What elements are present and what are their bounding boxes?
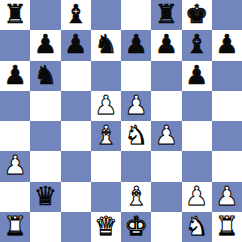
piece-black-bishop[interactable]: ♝ — [185, 31, 208, 57]
piece-white-king[interactable]: ♚ — [124, 213, 147, 239]
square-h7[interactable]: ♟ — [212, 30, 242, 60]
square-a3[interactable]: ♟ — [0, 151, 30, 181]
square-d6[interactable] — [91, 61, 121, 91]
square-d8[interactable] — [91, 0, 121, 30]
square-e5[interactable]: ♟ — [121, 91, 151, 121]
square-f5[interactable] — [151, 91, 181, 121]
square-a8[interactable]: ♜ — [0, 0, 30, 30]
square-b2[interactable]: ♛ — [30, 182, 60, 212]
square-g4[interactable] — [182, 121, 212, 151]
piece-white-knight[interactable]: ♞ — [124, 122, 147, 148]
chess-board: ♜♝♜♚♟♟♞♟♟♝♟♟♞♟♟♟♝♞♟♟♛♝♟♟♜♛♚♞♜ — [0, 0, 242, 242]
piece-white-pawn[interactable]: ♟ — [124, 92, 147, 118]
square-f8[interactable]: ♜ — [151, 0, 181, 30]
square-e4[interactable]: ♞ — [121, 121, 151, 151]
piece-white-queen[interactable]: ♛ — [94, 213, 117, 239]
piece-white-pawn[interactable]: ♟ — [215, 183, 238, 209]
piece-white-pawn[interactable]: ♟ — [94, 92, 117, 118]
square-b6[interactable]: ♞ — [30, 61, 60, 91]
square-f3[interactable] — [151, 151, 181, 181]
square-c6[interactable] — [61, 61, 91, 91]
square-b5[interactable] — [30, 91, 60, 121]
piece-white-pawn[interactable]: ♟ — [155, 122, 178, 148]
square-h5[interactable] — [212, 91, 242, 121]
square-c5[interactable] — [61, 91, 91, 121]
square-e7[interactable]: ♟ — [121, 30, 151, 60]
piece-black-knight[interactable]: ♞ — [94, 31, 117, 57]
square-h4[interactable] — [212, 121, 242, 151]
square-d7[interactable]: ♞ — [91, 30, 121, 60]
square-e2[interactable]: ♝ — [121, 182, 151, 212]
piece-white-bishop[interactable]: ♝ — [94, 122, 117, 148]
square-c1[interactable] — [61, 212, 91, 242]
square-g5[interactable] — [182, 91, 212, 121]
piece-white-rook[interactable]: ♜ — [3, 213, 26, 239]
piece-black-rook[interactable]: ♜ — [155, 1, 178, 27]
square-a6[interactable]: ♟ — [0, 61, 30, 91]
square-a5[interactable] — [0, 91, 30, 121]
square-e6[interactable] — [121, 61, 151, 91]
square-h6[interactable] — [212, 61, 242, 91]
square-a1[interactable]: ♜ — [0, 212, 30, 242]
square-d4[interactable]: ♝ — [91, 121, 121, 151]
square-d2[interactable] — [91, 182, 121, 212]
square-g3[interactable] — [182, 151, 212, 181]
piece-black-pawn[interactable]: ♟ — [155, 31, 178, 57]
piece-black-knight[interactable]: ♞ — [34, 62, 57, 88]
square-d5[interactable]: ♟ — [91, 91, 121, 121]
piece-black-bishop[interactable]: ♝ — [64, 1, 87, 27]
piece-black-pawn[interactable]: ♟ — [215, 31, 238, 57]
square-g7[interactable]: ♝ — [182, 30, 212, 60]
piece-black-rook[interactable]: ♜ — [3, 1, 26, 27]
square-b1[interactable] — [30, 212, 60, 242]
piece-black-pawn[interactable]: ♟ — [34, 31, 57, 57]
square-f1[interactable] — [151, 212, 181, 242]
square-b8[interactable] — [30, 0, 60, 30]
square-a2[interactable] — [0, 182, 30, 212]
square-c3[interactable] — [61, 151, 91, 181]
piece-black-pawn[interactable]: ♟ — [185, 62, 208, 88]
piece-white-pawn[interactable]: ♟ — [185, 183, 208, 209]
square-a7[interactable] — [0, 30, 30, 60]
piece-black-queen[interactable]: ♛ — [34, 183, 57, 209]
piece-black-king[interactable]: ♚ — [185, 1, 208, 27]
square-f7[interactable]: ♟ — [151, 30, 181, 60]
square-h8[interactable] — [212, 0, 242, 30]
square-f6[interactable] — [151, 61, 181, 91]
square-g8[interactable]: ♚ — [182, 0, 212, 30]
square-c7[interactable]: ♟ — [61, 30, 91, 60]
square-e8[interactable] — [121, 0, 151, 30]
square-d1[interactable]: ♛ — [91, 212, 121, 242]
square-g1[interactable]: ♞ — [182, 212, 212, 242]
square-h1[interactable]: ♜ — [212, 212, 242, 242]
square-g6[interactable]: ♟ — [182, 61, 212, 91]
square-f2[interactable] — [151, 182, 181, 212]
square-h2[interactable]: ♟ — [212, 182, 242, 212]
square-b3[interactable] — [30, 151, 60, 181]
square-c2[interactable] — [61, 182, 91, 212]
square-b4[interactable] — [30, 121, 60, 151]
piece-white-bishop[interactable]: ♝ — [124, 183, 147, 209]
piece-black-pawn[interactable]: ♟ — [124, 31, 147, 57]
piece-white-rook[interactable]: ♜ — [215, 213, 238, 239]
square-c8[interactable]: ♝ — [61, 0, 91, 30]
square-d3[interactable] — [91, 151, 121, 181]
square-c4[interactable] — [61, 121, 91, 151]
square-h3[interactable] — [212, 151, 242, 181]
square-e1[interactable]: ♚ — [121, 212, 151, 242]
chess-board-container: ♜♝♜♚♟♟♞♟♟♝♟♟♞♟♟♟♝♞♟♟♛♝♟♟♜♛♚♞♜ — [0, 0, 242, 242]
square-a4[interactable] — [0, 121, 30, 151]
square-b7[interactable]: ♟ — [30, 30, 60, 60]
piece-white-pawn[interactable]: ♟ — [3, 152, 26, 178]
square-e3[interactable] — [121, 151, 151, 181]
square-f4[interactable]: ♟ — [151, 121, 181, 151]
square-g2[interactable]: ♟ — [182, 182, 212, 212]
piece-white-knight[interactable]: ♞ — [185, 213, 208, 239]
piece-black-pawn[interactable]: ♟ — [64, 31, 87, 57]
piece-black-pawn[interactable]: ♟ — [3, 62, 26, 88]
